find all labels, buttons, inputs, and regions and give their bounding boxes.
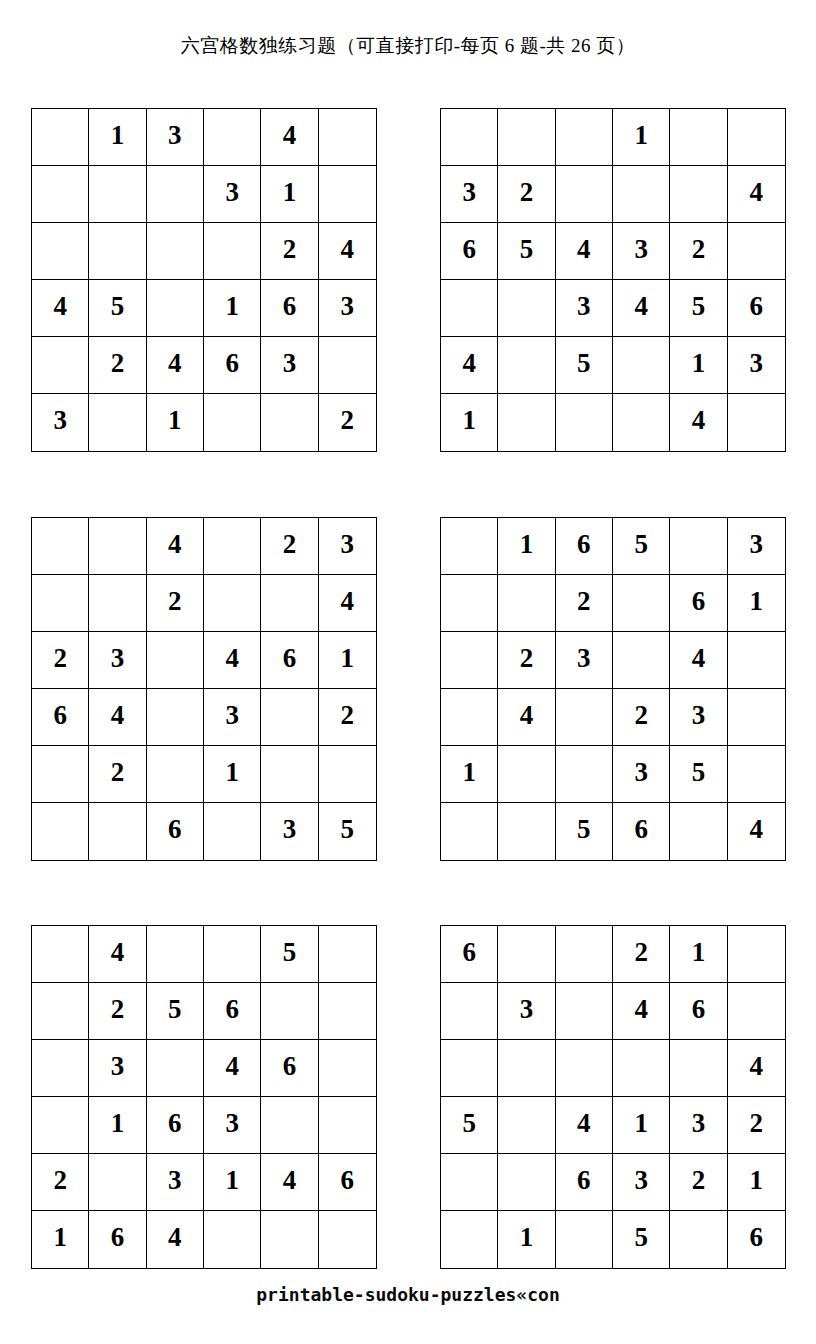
sudoku-board-3: 4232423461643221635 bbox=[31, 517, 377, 861]
board3-cell-r5c3 bbox=[147, 746, 204, 803]
board2-cell-r3c3: 4 bbox=[556, 223, 613, 280]
board6-cell-r5c3: 6 bbox=[556, 1154, 613, 1211]
board6-cell-r6c2: 1 bbox=[498, 1211, 555, 1268]
board4-cell-r6c4: 6 bbox=[613, 803, 670, 860]
board1-cell-r2c1 bbox=[32, 166, 89, 223]
board3-cell-r6c1 bbox=[32, 803, 89, 860]
board4-cell-r5c4: 3 bbox=[613, 746, 670, 803]
board6-cell-r3c2 bbox=[498, 1040, 555, 1097]
board4-cell-r2c1 bbox=[441, 575, 498, 632]
board5-cell-r6c3: 4 bbox=[147, 1211, 204, 1268]
board3-cell-r4c6: 2 bbox=[319, 689, 376, 746]
board6-cell-r2c3 bbox=[556, 983, 613, 1040]
board1-cell-r4c5: 6 bbox=[261, 280, 318, 337]
board1-cell-r6c5 bbox=[261, 394, 318, 451]
board3-cell-r5c5 bbox=[261, 746, 318, 803]
board3-cell-r1c6: 3 bbox=[319, 518, 376, 575]
board2-cell-r3c2: 5 bbox=[498, 223, 555, 280]
board5-cell-r3c3 bbox=[147, 1040, 204, 1097]
board2-cell-r6c2 bbox=[498, 394, 555, 451]
board3-cell-r2c3: 2 bbox=[147, 575, 204, 632]
board1-cell-r1c1 bbox=[32, 109, 89, 166]
board2-cell-r4c3: 3 bbox=[556, 280, 613, 337]
board6-cell-r2c1 bbox=[441, 983, 498, 1040]
board2-cell-r1c6 bbox=[728, 109, 785, 166]
board5-cell-r6c6 bbox=[319, 1211, 376, 1268]
board6-cell-r1c3 bbox=[556, 926, 613, 983]
board3-cell-r5c4: 1 bbox=[204, 746, 261, 803]
board6-cell-r5c2 bbox=[498, 1154, 555, 1211]
board5-cell-r2c1 bbox=[32, 983, 89, 1040]
board5-cell-r1c1 bbox=[32, 926, 89, 983]
board6-cell-r1c2 bbox=[498, 926, 555, 983]
board5-cell-r3c2: 3 bbox=[89, 1040, 146, 1097]
board1-cell-r2c6 bbox=[319, 166, 376, 223]
board6-cell-r4c5: 3 bbox=[670, 1097, 727, 1154]
board2-cell-r1c4: 1 bbox=[613, 109, 670, 166]
board5-cell-r2c4: 6 bbox=[204, 983, 261, 1040]
board6-cell-r4c3: 4 bbox=[556, 1097, 613, 1154]
board5-cell-r2c5 bbox=[261, 983, 318, 1040]
board4-cell-r3c6 bbox=[728, 632, 785, 689]
board5-cell-r3c5: 6 bbox=[261, 1040, 318, 1097]
board6-cell-r1c4: 2 bbox=[613, 926, 670, 983]
board2-cell-r6c5: 4 bbox=[670, 394, 727, 451]
board4-cell-r2c5: 6 bbox=[670, 575, 727, 632]
board6-cell-r3c5 bbox=[670, 1040, 727, 1097]
board4-cell-r6c6: 4 bbox=[728, 803, 785, 860]
board1-cell-r5c4: 6 bbox=[204, 337, 261, 394]
board4-cell-r2c2 bbox=[498, 575, 555, 632]
board2-cell-r5c3: 5 bbox=[556, 337, 613, 394]
board3-cell-r2c5 bbox=[261, 575, 318, 632]
board3-cell-r3c2: 3 bbox=[89, 632, 146, 689]
board1-cell-r6c6: 2 bbox=[319, 394, 376, 451]
board5-cell-r4c2: 1 bbox=[89, 1097, 146, 1154]
board6-cell-r1c1: 6 bbox=[441, 926, 498, 983]
board6-cell-r3c4 bbox=[613, 1040, 670, 1097]
board2-cell-r2c5 bbox=[670, 166, 727, 223]
board1-cell-r1c5: 4 bbox=[261, 109, 318, 166]
board3-cell-r1c5: 2 bbox=[261, 518, 318, 575]
board2-cell-r1c5 bbox=[670, 109, 727, 166]
board6-cell-r1c6 bbox=[728, 926, 785, 983]
board2-cell-r5c6: 3 bbox=[728, 337, 785, 394]
board1-cell-r4c6: 3 bbox=[319, 280, 376, 337]
sudoku-board-6: 6213464541326321156 bbox=[440, 925, 786, 1269]
board6-cell-r1c5: 1 bbox=[670, 926, 727, 983]
board5-cell-r3c6 bbox=[319, 1040, 376, 1097]
board1-cell-r3c6: 4 bbox=[319, 223, 376, 280]
board5-cell-r4c4: 3 bbox=[204, 1097, 261, 1154]
board5-cell-r4c5 bbox=[261, 1097, 318, 1154]
board3-cell-r3c6: 1 bbox=[319, 632, 376, 689]
board3-cell-r1c2 bbox=[89, 518, 146, 575]
board6-cell-r5c6: 1 bbox=[728, 1154, 785, 1211]
board3-cell-r6c3: 6 bbox=[147, 803, 204, 860]
board3-cell-r2c2 bbox=[89, 575, 146, 632]
board4-cell-r4c6 bbox=[728, 689, 785, 746]
board1-cell-r5c5: 3 bbox=[261, 337, 318, 394]
board1-cell-r3c3 bbox=[147, 223, 204, 280]
board5-cell-r6c4 bbox=[204, 1211, 261, 1268]
board3-cell-r4c5 bbox=[261, 689, 318, 746]
board2-cell-r1c1 bbox=[441, 109, 498, 166]
board4-cell-r2c6: 1 bbox=[728, 575, 785, 632]
board5-cell-r1c3 bbox=[147, 926, 204, 983]
board5-cell-r3c1 bbox=[32, 1040, 89, 1097]
board3-cell-r3c5: 6 bbox=[261, 632, 318, 689]
board6-cell-r4c6: 2 bbox=[728, 1097, 785, 1154]
board3-cell-r4c4: 3 bbox=[204, 689, 261, 746]
board5-cell-r5c6: 6 bbox=[319, 1154, 376, 1211]
board1-cell-r6c4 bbox=[204, 394, 261, 451]
board3-cell-r6c6: 5 bbox=[319, 803, 376, 860]
board4-cell-r1c5 bbox=[670, 518, 727, 575]
board5-cell-r4c6 bbox=[319, 1097, 376, 1154]
board5-cell-r5c1: 2 bbox=[32, 1154, 89, 1211]
board1-cell-r4c3 bbox=[147, 280, 204, 337]
board6-cell-r6c4: 5 bbox=[613, 1211, 670, 1268]
board6-cell-r2c6 bbox=[728, 983, 785, 1040]
board3-cell-r1c1 bbox=[32, 518, 89, 575]
board4-cell-r3c1 bbox=[441, 632, 498, 689]
board3-cell-r1c3: 4 bbox=[147, 518, 204, 575]
board1-cell-r1c2: 1 bbox=[89, 109, 146, 166]
board1-cell-r1c6 bbox=[319, 109, 376, 166]
board5-cell-r2c6 bbox=[319, 983, 376, 1040]
board5-cell-r1c4 bbox=[204, 926, 261, 983]
board2-cell-r2c1: 3 bbox=[441, 166, 498, 223]
board1-cell-r4c4: 1 bbox=[204, 280, 261, 337]
board3-cell-r5c2: 2 bbox=[89, 746, 146, 803]
board1-cell-r1c4 bbox=[204, 109, 261, 166]
board4-cell-r4c1 bbox=[441, 689, 498, 746]
board5-cell-r4c3: 6 bbox=[147, 1097, 204, 1154]
board2-cell-r6c4 bbox=[613, 394, 670, 451]
board4-cell-r1c4: 5 bbox=[613, 518, 670, 575]
board2-cell-r5c2 bbox=[498, 337, 555, 394]
board2-cell-r1c3 bbox=[556, 109, 613, 166]
page-title: 六宫格数独练习题（可直接打印-每页 6 题-共 26 页） bbox=[0, 33, 816, 59]
board2-cell-r4c2 bbox=[498, 280, 555, 337]
board4-cell-r4c4: 2 bbox=[613, 689, 670, 746]
board3-cell-r2c6: 4 bbox=[319, 575, 376, 632]
board1-cell-r5c3: 4 bbox=[147, 337, 204, 394]
board5-cell-r2c2: 2 bbox=[89, 983, 146, 1040]
sudoku-board-5: 4525634616323146164 bbox=[31, 925, 377, 1269]
board5-cell-r2c3: 5 bbox=[147, 983, 204, 1040]
board6-cell-r3c3 bbox=[556, 1040, 613, 1097]
sudoku-practice-sheet: 六宫格数独练习题（可直接打印-每页 6 题-共 26 页） 1343124451… bbox=[0, 0, 816, 1344]
board4-cell-r6c3: 5 bbox=[556, 803, 613, 860]
board3-cell-r5c1 bbox=[32, 746, 89, 803]
board5-cell-r5c2 bbox=[89, 1154, 146, 1211]
board3-cell-r3c4: 4 bbox=[204, 632, 261, 689]
board1-cell-r2c3 bbox=[147, 166, 204, 223]
board6-cell-r4c4: 1 bbox=[613, 1097, 670, 1154]
board4-cell-r4c5: 3 bbox=[670, 689, 727, 746]
board2-cell-r1c2 bbox=[498, 109, 555, 166]
board5-cell-r1c5: 5 bbox=[261, 926, 318, 983]
board4-cell-r6c1 bbox=[441, 803, 498, 860]
board2-cell-r2c4 bbox=[613, 166, 670, 223]
board6-cell-r3c6: 4 bbox=[728, 1040, 785, 1097]
board2-cell-r4c5: 5 bbox=[670, 280, 727, 337]
board1-cell-r6c3: 1 bbox=[147, 394, 204, 451]
board2-cell-r3c5: 2 bbox=[670, 223, 727, 280]
sudoku-board-4: 1653261234423135564 bbox=[440, 517, 786, 861]
board4-cell-r5c5: 5 bbox=[670, 746, 727, 803]
board2-cell-r2c3 bbox=[556, 166, 613, 223]
board4-cell-r3c5: 4 bbox=[670, 632, 727, 689]
board1-cell-r3c2 bbox=[89, 223, 146, 280]
board2-cell-r4c4: 4 bbox=[613, 280, 670, 337]
board5-cell-r6c1: 1 bbox=[32, 1211, 89, 1268]
board4-cell-r1c3: 6 bbox=[556, 518, 613, 575]
board6-cell-r2c2: 3 bbox=[498, 983, 555, 1040]
board3-cell-r3c1: 2 bbox=[32, 632, 89, 689]
board1-cell-r5c1 bbox=[32, 337, 89, 394]
board2-cell-r2c2: 2 bbox=[498, 166, 555, 223]
board5-cell-r5c4: 1 bbox=[204, 1154, 261, 1211]
board3-cell-r4c1: 6 bbox=[32, 689, 89, 746]
board3-cell-r4c2: 4 bbox=[89, 689, 146, 746]
board4-cell-r6c2 bbox=[498, 803, 555, 860]
board5-cell-r3c4: 4 bbox=[204, 1040, 261, 1097]
board4-cell-r3c2: 2 bbox=[498, 632, 555, 689]
board1-cell-r4c1: 4 bbox=[32, 280, 89, 337]
board2-cell-r6c6 bbox=[728, 394, 785, 451]
board3-cell-r6c2 bbox=[89, 803, 146, 860]
board1-cell-r3c1 bbox=[32, 223, 89, 280]
board4-cell-r1c2: 1 bbox=[498, 518, 555, 575]
board3-cell-r1c4 bbox=[204, 518, 261, 575]
board6-cell-r5c5: 2 bbox=[670, 1154, 727, 1211]
board4-cell-r5c1: 1 bbox=[441, 746, 498, 803]
board6-cell-r3c1 bbox=[441, 1040, 498, 1097]
board1-cell-r3c5: 2 bbox=[261, 223, 318, 280]
board4-cell-r4c2: 4 bbox=[498, 689, 555, 746]
footer-watermark: printable-sudoku-puzzles«con bbox=[0, 1284, 816, 1305]
board5-cell-r6c5 bbox=[261, 1211, 318, 1268]
board1-cell-r4c2: 5 bbox=[89, 280, 146, 337]
board6-cell-r6c5 bbox=[670, 1211, 727, 1268]
board2-cell-r3c1: 6 bbox=[441, 223, 498, 280]
board1-cell-r1c3: 3 bbox=[147, 109, 204, 166]
board4-cell-r5c2 bbox=[498, 746, 555, 803]
board3-cell-r2c1 bbox=[32, 575, 89, 632]
board6-cell-r6c3 bbox=[556, 1211, 613, 1268]
board6-cell-r6c1 bbox=[441, 1211, 498, 1268]
board4-cell-r3c3: 3 bbox=[556, 632, 613, 689]
board4-cell-r1c6: 3 bbox=[728, 518, 785, 575]
sudoku-board-1: 1343124451632463312 bbox=[31, 108, 377, 452]
board4-cell-r5c3 bbox=[556, 746, 613, 803]
board2-cell-r5c1: 4 bbox=[441, 337, 498, 394]
board5-cell-r1c6 bbox=[319, 926, 376, 983]
board2-cell-r3c6 bbox=[728, 223, 785, 280]
board4-cell-r5c6 bbox=[728, 746, 785, 803]
board6-cell-r5c1 bbox=[441, 1154, 498, 1211]
board6-cell-r2c4: 4 bbox=[613, 983, 670, 1040]
board4-cell-r2c3: 2 bbox=[556, 575, 613, 632]
board1-cell-r2c4: 3 bbox=[204, 166, 261, 223]
board1-cell-r2c2 bbox=[89, 166, 146, 223]
board6-cell-r6c6: 6 bbox=[728, 1211, 785, 1268]
board4-cell-r3c4 bbox=[613, 632, 670, 689]
board1-cell-r6c1: 3 bbox=[32, 394, 89, 451]
sudoku-board-2: 1324654323456451314 bbox=[440, 108, 786, 452]
board5-cell-r5c3: 3 bbox=[147, 1154, 204, 1211]
board1-cell-r5c2: 2 bbox=[89, 337, 146, 394]
board4-cell-r1c1 bbox=[441, 518, 498, 575]
board6-cell-r4c2 bbox=[498, 1097, 555, 1154]
board4-cell-r6c5 bbox=[670, 803, 727, 860]
board3-cell-r5c6 bbox=[319, 746, 376, 803]
board4-cell-r2c4 bbox=[613, 575, 670, 632]
board5-cell-r5c5: 4 bbox=[261, 1154, 318, 1211]
board1-cell-r6c2 bbox=[89, 394, 146, 451]
board3-cell-r2c4 bbox=[204, 575, 261, 632]
board5-cell-r4c1 bbox=[32, 1097, 89, 1154]
board6-cell-r4c1: 5 bbox=[441, 1097, 498, 1154]
board2-cell-r6c1: 1 bbox=[441, 394, 498, 451]
board2-cell-r4c1 bbox=[441, 280, 498, 337]
board3-cell-r3c3 bbox=[147, 632, 204, 689]
board3-cell-r4c3 bbox=[147, 689, 204, 746]
board2-cell-r2c6: 4 bbox=[728, 166, 785, 223]
board2-cell-r5c5: 1 bbox=[670, 337, 727, 394]
board2-cell-r4c6: 6 bbox=[728, 280, 785, 337]
board6-cell-r2c5: 6 bbox=[670, 983, 727, 1040]
board2-cell-r6c3 bbox=[556, 394, 613, 451]
board3-cell-r6c5: 3 bbox=[261, 803, 318, 860]
board3-cell-r6c4 bbox=[204, 803, 261, 860]
board1-cell-r2c5: 1 bbox=[261, 166, 318, 223]
board2-cell-r5c4 bbox=[613, 337, 670, 394]
board1-cell-r3c4 bbox=[204, 223, 261, 280]
board2-cell-r3c4: 3 bbox=[613, 223, 670, 280]
board4-cell-r4c3 bbox=[556, 689, 613, 746]
board5-cell-r6c2: 6 bbox=[89, 1211, 146, 1268]
board5-cell-r1c2: 4 bbox=[89, 926, 146, 983]
board6-cell-r5c4: 3 bbox=[613, 1154, 670, 1211]
board1-cell-r5c6 bbox=[319, 337, 376, 394]
